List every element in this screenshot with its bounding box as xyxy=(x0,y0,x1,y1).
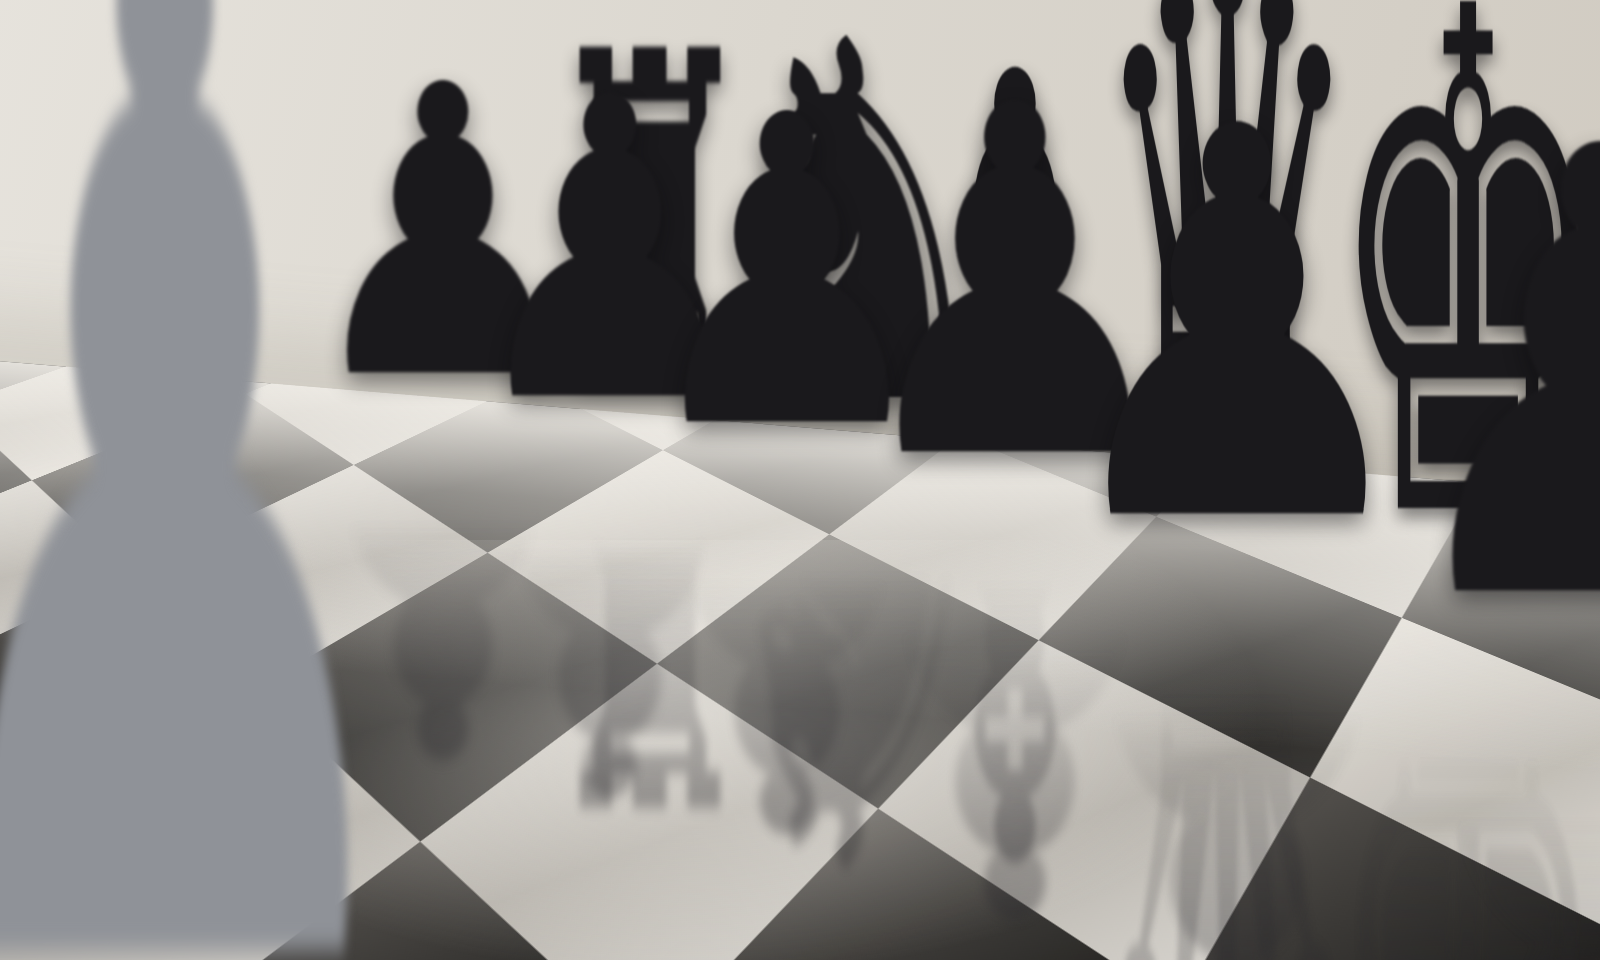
chess-photo-scene: ♜♜♞♞♝♝♛♛♚♚♟♟♟♟♟♟♟♟♟♟♟♟♟ xyxy=(0,0,1600,960)
pieces-layer: ♜♜♞♞♝♝♛♛♚♚♟♟♟♟♟♟♟♟♟♟♟♟♟ xyxy=(0,0,1600,960)
grey-pawn-foreground: ♟ xyxy=(0,0,438,960)
black-pawn-f7: ♟ xyxy=(1379,70,1600,685)
black-pawn-e7: ♟ xyxy=(1044,59,1429,596)
